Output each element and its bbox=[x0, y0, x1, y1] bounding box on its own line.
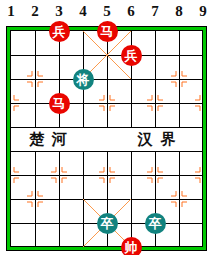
piece-red-horse[interactable]: 马 bbox=[97, 21, 118, 42]
file-label-5: 5 bbox=[103, 2, 111, 20]
piece-red-general[interactable]: 帅 bbox=[121, 237, 142, 255]
piece-red-soldier[interactable]: 兵 bbox=[49, 21, 70, 42]
file-label-6: 6 bbox=[127, 2, 135, 20]
grid-file-line bbox=[179, 151, 180, 247]
grid-rank-line bbox=[11, 127, 203, 128]
piece-red-soldier[interactable]: 兵 bbox=[121, 45, 142, 66]
file-label-1: 1 bbox=[7, 2, 15, 20]
piece-red-horse[interactable]: 马 bbox=[49, 93, 70, 114]
grid-file-line bbox=[179, 31, 180, 127]
file-label-4: 4 bbox=[79, 2, 87, 20]
grid-file-line bbox=[155, 31, 156, 127]
grid-file-line bbox=[35, 151, 36, 247]
grid-file-line bbox=[59, 151, 60, 247]
grid-file-line bbox=[83, 151, 84, 247]
river-char-han-jie: 界 bbox=[161, 130, 176, 149]
xiangqi-board: 123456789 楚河汉界 兵马兵将马卒卒帅 bbox=[0, 0, 218, 255]
file-label-9: 9 bbox=[199, 2, 207, 20]
river-char-chu-he: 楚 bbox=[30, 130, 45, 149]
piece-black-soldier[interactable]: 卒 bbox=[145, 213, 166, 234]
river-char-han-jie: 汉 bbox=[138, 130, 153, 149]
grid-file-line bbox=[131, 151, 132, 247]
grid-file-line bbox=[107, 31, 108, 127]
file-label-3: 3 bbox=[55, 2, 63, 20]
piece-black-general[interactable]: 将 bbox=[73, 69, 94, 90]
file-label-8: 8 bbox=[175, 2, 183, 20]
piece-black-soldier[interactable]: 卒 bbox=[97, 213, 118, 234]
river-char-chu-he: 河 bbox=[52, 130, 67, 149]
file-label-7: 7 bbox=[151, 2, 159, 20]
file-label-2: 2 bbox=[31, 2, 39, 20]
grid-file-line bbox=[35, 31, 36, 127]
